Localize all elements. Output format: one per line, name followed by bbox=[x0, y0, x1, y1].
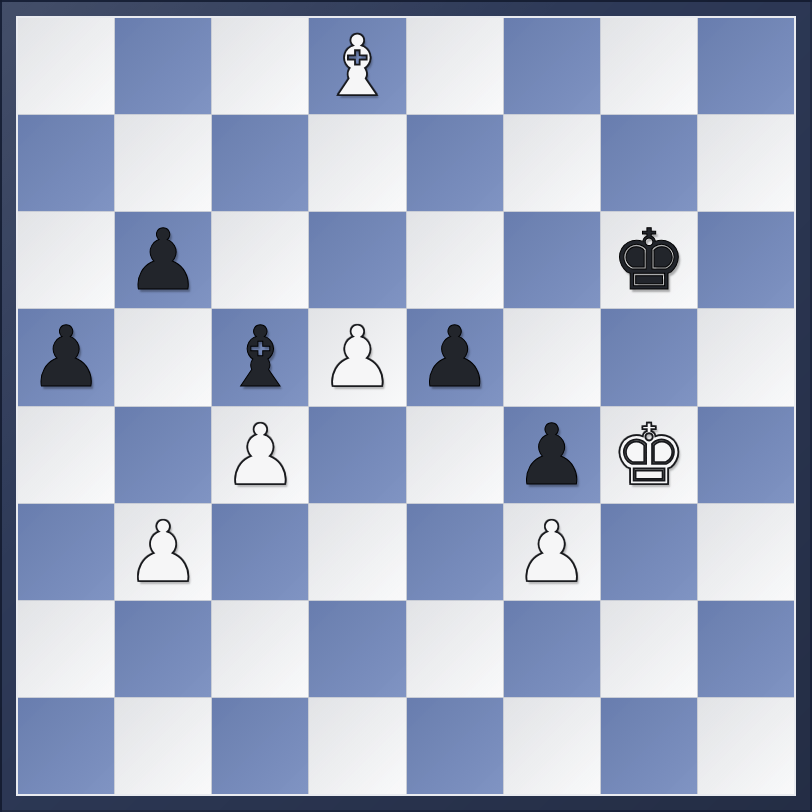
square-c8[interactable] bbox=[212, 18, 308, 114]
square-c7[interactable] bbox=[212, 115, 308, 211]
square-b1[interactable] bbox=[115, 698, 211, 794]
white-pawn[interactable]: ♟ bbox=[212, 407, 308, 503]
square-a4[interactable] bbox=[18, 407, 114, 503]
square-e8[interactable] bbox=[407, 18, 503, 114]
square-f7[interactable] bbox=[504, 115, 600, 211]
square-h7[interactable] bbox=[698, 115, 794, 211]
square-h2[interactable] bbox=[698, 601, 794, 697]
square-d5[interactable]: ♟ bbox=[309, 309, 405, 405]
white-pawn[interactable]: ♟ bbox=[309, 309, 405, 405]
square-a3[interactable] bbox=[18, 504, 114, 600]
square-e5[interactable]: ♟ bbox=[407, 309, 503, 405]
square-b3[interactable]: ♟ bbox=[115, 504, 211, 600]
square-b2[interactable] bbox=[115, 601, 211, 697]
square-h8[interactable] bbox=[698, 18, 794, 114]
square-d7[interactable] bbox=[309, 115, 405, 211]
square-f1[interactable] bbox=[504, 698, 600, 794]
square-e6[interactable] bbox=[407, 212, 503, 308]
square-b4[interactable] bbox=[115, 407, 211, 503]
black-bishop[interactable]: ♝ bbox=[212, 309, 308, 405]
white-bishop[interactable]: ♝ bbox=[309, 18, 405, 114]
square-d8[interactable]: ♝ bbox=[309, 18, 405, 114]
square-g3[interactable] bbox=[601, 504, 697, 600]
square-g6[interactable]: ♚ bbox=[601, 212, 697, 308]
black-pawn[interactable]: ♟ bbox=[504, 407, 600, 503]
square-c1[interactable] bbox=[212, 698, 308, 794]
square-f2[interactable] bbox=[504, 601, 600, 697]
square-g4[interactable]: ♚ bbox=[601, 407, 697, 503]
square-d2[interactable] bbox=[309, 601, 405, 697]
square-h5[interactable] bbox=[698, 309, 794, 405]
square-b8[interactable] bbox=[115, 18, 211, 114]
square-e4[interactable] bbox=[407, 407, 503, 503]
square-a1[interactable] bbox=[18, 698, 114, 794]
white-king[interactable]: ♚ bbox=[601, 407, 697, 503]
square-a7[interactable] bbox=[18, 115, 114, 211]
square-c3[interactable] bbox=[212, 504, 308, 600]
square-f6[interactable] bbox=[504, 212, 600, 308]
square-g1[interactable] bbox=[601, 698, 697, 794]
square-d1[interactable] bbox=[309, 698, 405, 794]
square-b6[interactable]: ♟ bbox=[115, 212, 211, 308]
black-pawn[interactable]: ♟ bbox=[18, 309, 114, 405]
square-a5[interactable]: ♟ bbox=[18, 309, 114, 405]
square-a6[interactable] bbox=[18, 212, 114, 308]
square-g7[interactable] bbox=[601, 115, 697, 211]
black-pawn[interactable]: ♟ bbox=[115, 212, 211, 308]
square-a8[interactable] bbox=[18, 18, 114, 114]
square-e7[interactable] bbox=[407, 115, 503, 211]
square-f8[interactable] bbox=[504, 18, 600, 114]
square-e1[interactable] bbox=[407, 698, 503, 794]
square-h1[interactable] bbox=[698, 698, 794, 794]
square-c2[interactable] bbox=[212, 601, 308, 697]
white-pawn[interactable]: ♟ bbox=[504, 504, 600, 600]
square-g8[interactable] bbox=[601, 18, 697, 114]
chess-board: ♝♟♚♟♝♟♟♟♟♚♟♟ bbox=[16, 16, 796, 796]
square-e3[interactable] bbox=[407, 504, 503, 600]
square-e2[interactable] bbox=[407, 601, 503, 697]
square-f5[interactable] bbox=[504, 309, 600, 405]
square-g5[interactable] bbox=[601, 309, 697, 405]
square-h4[interactable] bbox=[698, 407, 794, 503]
black-king[interactable]: ♚ bbox=[601, 212, 697, 308]
square-d6[interactable] bbox=[309, 212, 405, 308]
square-g2[interactable] bbox=[601, 601, 697, 697]
black-pawn[interactable]: ♟ bbox=[407, 309, 503, 405]
square-b5[interactable] bbox=[115, 309, 211, 405]
white-pawn[interactable]: ♟ bbox=[115, 504, 211, 600]
square-b7[interactable] bbox=[115, 115, 211, 211]
square-h3[interactable] bbox=[698, 504, 794, 600]
square-f3[interactable]: ♟ bbox=[504, 504, 600, 600]
board-frame: ♝♟♚♟♝♟♟♟♟♚♟♟ bbox=[0, 0, 812, 812]
square-d4[interactable] bbox=[309, 407, 405, 503]
square-f4[interactable]: ♟ bbox=[504, 407, 600, 503]
square-c6[interactable] bbox=[212, 212, 308, 308]
square-a2[interactable] bbox=[18, 601, 114, 697]
square-d3[interactable] bbox=[309, 504, 405, 600]
square-c4[interactable]: ♟ bbox=[212, 407, 308, 503]
square-c5[interactable]: ♝ bbox=[212, 309, 308, 405]
square-h6[interactable] bbox=[698, 212, 794, 308]
